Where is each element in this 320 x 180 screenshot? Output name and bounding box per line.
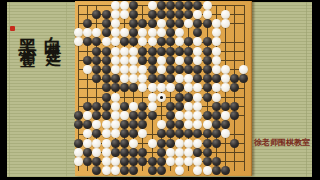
intersection-8-12 [147, 111, 156, 120]
intersection-13-4 [193, 37, 202, 46]
intersection-15-10 [212, 92, 221, 101]
black-stone [175, 19, 184, 28]
intersection-5-6 [120, 56, 129, 65]
intersection-3-12 [101, 111, 110, 120]
black-stone [221, 102, 230, 111]
black-stone [120, 157, 129, 166]
black-stone [92, 129, 101, 138]
black-stone [138, 102, 147, 111]
intersection-4-5 [111, 47, 120, 56]
white-stone [102, 129, 111, 138]
intersection-11-18 [175, 166, 184, 175]
black-stone [184, 37, 193, 46]
white-stone [148, 93, 157, 102]
intersection-10-16 [166, 148, 175, 157]
black-stone [129, 166, 138, 175]
black-stone [129, 83, 138, 92]
intersection-17-9 [230, 83, 239, 92]
intersection-13-18 [193, 166, 202, 175]
intersection-12-14 [184, 129, 193, 138]
red-accent-mark [10, 26, 15, 31]
black-stone [203, 65, 212, 74]
black-stone [111, 148, 120, 157]
black-stone [92, 56, 101, 65]
white-stone [74, 28, 83, 37]
black-stone [92, 157, 101, 166]
intersection-13-13 [193, 120, 202, 129]
intersection-3-11 [101, 102, 110, 111]
white-stone [102, 166, 111, 175]
intersection-8-2 [147, 19, 156, 28]
white-stone [221, 19, 230, 28]
intersection-6-11 [129, 102, 138, 111]
black-stone [221, 120, 230, 129]
white-stone [193, 120, 202, 129]
intersection-9-10 [157, 92, 166, 101]
intersection-8-5 [147, 47, 156, 56]
intersection-13-16 [193, 148, 202, 157]
intersection-11-3 [175, 28, 184, 37]
white-player-name: 芈昱廷 [46, 31, 61, 43]
white-stone [111, 56, 120, 65]
intersection-4-3 [111, 28, 120, 37]
black-stone [193, 28, 202, 37]
black-stone [138, 56, 147, 65]
white-stone [138, 28, 147, 37]
white-stone [111, 1, 120, 10]
intersection-10-2 [166, 19, 175, 28]
black-stone [157, 148, 166, 157]
black-stone [175, 120, 184, 129]
intersection-1-16 [83, 148, 92, 157]
intersection-16-5 [221, 47, 230, 56]
intersection-7-3 [138, 28, 147, 37]
intersection-13-5 [193, 47, 202, 56]
black-stone [148, 19, 157, 28]
black-stone [102, 28, 111, 37]
black-stone [120, 120, 129, 129]
white-stone [184, 139, 193, 148]
intersection-5-12 [120, 111, 129, 120]
white-stone [74, 157, 83, 166]
intersection-17-13 [230, 120, 239, 129]
intersection-13-0 [193, 1, 202, 10]
intersection-15-14 [212, 129, 221, 138]
black-stone [203, 47, 212, 56]
black-stone [166, 111, 175, 120]
black-stone [184, 1, 193, 10]
white-stone [221, 83, 230, 92]
intersection-2-17 [92, 157, 101, 166]
intersection-16-3 [221, 28, 230, 37]
black-stone [120, 83, 129, 92]
intersection-18-13 [239, 120, 248, 129]
intersection-3-14 [101, 129, 110, 138]
black-stone [184, 93, 193, 102]
intersection-5-9 [120, 83, 129, 92]
intersection-1-0 [83, 1, 92, 10]
intersection-3-3 [101, 28, 110, 37]
intersection-17-15 [230, 138, 239, 147]
intersection-1-3 [83, 28, 92, 37]
white-stone [203, 1, 212, 10]
black-stone [203, 148, 212, 157]
black-stone [148, 157, 157, 166]
intersection-11-8 [175, 74, 184, 83]
intersection-14-0 [203, 1, 212, 10]
black-stone [157, 1, 166, 10]
intersection-0-13 [74, 120, 83, 129]
intersection-3-7 [101, 65, 110, 74]
intersection-11-12 [175, 111, 184, 120]
intersection-12-16 [184, 148, 193, 157]
intersection-7-8 [138, 74, 147, 83]
intersection-6-10 [129, 92, 138, 101]
intersection-0-0 [74, 1, 83, 10]
intersection-0-3 [74, 28, 83, 37]
intersection-15-0 [212, 1, 221, 10]
intersection-4-17 [111, 157, 120, 166]
black-stone [212, 74, 221, 83]
black-stone [166, 139, 175, 148]
black-stone [83, 157, 92, 166]
intersection-18-2 [239, 19, 248, 28]
intersection-13-7 [193, 65, 202, 74]
intersection-15-18 [212, 166, 221, 175]
white-stone [212, 47, 221, 56]
intersection-5-18 [120, 166, 129, 175]
white-stone [111, 166, 120, 175]
black-stone [212, 166, 221, 175]
white-stone [175, 157, 184, 166]
white-stone [148, 102, 157, 111]
intersection-13-12 [193, 111, 202, 120]
intersection-16-8 [221, 74, 230, 83]
black-stone [230, 83, 239, 92]
intersection-2-12 [92, 111, 101, 120]
black-stone [120, 148, 129, 157]
black-stone [148, 65, 157, 74]
board-intersections [74, 1, 249, 176]
intersection-10-13 [166, 120, 175, 129]
intersection-18-9 [239, 83, 248, 92]
black-stone [129, 37, 138, 46]
white-stone [129, 47, 138, 56]
intersection-13-3 [193, 28, 202, 37]
player-black-column: 黑 卞相壹 [18, 24, 36, 45]
intersection-9-9 [157, 83, 166, 92]
black-stone [212, 120, 221, 129]
intersection-1-9 [83, 83, 92, 92]
white-stone [193, 56, 202, 65]
white-stone [184, 83, 193, 92]
intersection-18-16 [239, 148, 248, 157]
intersection-1-7 [83, 65, 92, 74]
intersection-8-1 [147, 10, 156, 19]
black-stone [203, 74, 212, 83]
intersection-12-1 [184, 10, 193, 19]
intersection-9-11 [157, 102, 166, 111]
intersection-7-4 [138, 37, 147, 46]
intersection-7-9 [138, 83, 147, 92]
white-stone [102, 157, 111, 166]
intersection-14-3 [203, 28, 212, 37]
intersection-18-8 [239, 74, 248, 83]
white-stone [221, 111, 230, 120]
intersection-16-6 [221, 56, 230, 65]
black-stone [102, 74, 111, 83]
black-stone [166, 74, 175, 83]
white-stone [111, 65, 120, 74]
intersection-14-17 [203, 157, 212, 166]
intersection-6-16 [129, 148, 138, 157]
intersection-17-10 [230, 92, 239, 101]
white-stone [129, 56, 138, 65]
intersection-4-14 [111, 129, 120, 138]
black-stone [157, 74, 166, 83]
intersection-13-11 [193, 102, 202, 111]
intersection-15-9 [212, 83, 221, 92]
white-stone [166, 148, 175, 157]
white-stone [148, 37, 157, 46]
intersection-9-1 [157, 10, 166, 19]
intersection-14-1 [203, 10, 212, 19]
intersection-17-2 [230, 19, 239, 28]
white-stone [212, 56, 221, 65]
white-stone [138, 129, 147, 138]
white-stone [175, 56, 184, 65]
intersection-10-12 [166, 111, 175, 120]
intersection-12-7 [184, 65, 193, 74]
white-stone [203, 120, 212, 129]
black-stone [92, 166, 101, 175]
intersection-15-5 [212, 47, 221, 56]
black-stone [203, 111, 212, 120]
intersection-2-16 [92, 148, 101, 157]
intersection-7-17 [138, 157, 147, 166]
intersection-4-18 [111, 166, 120, 175]
intersection-7-6 [138, 56, 147, 65]
intersection-11-15 [175, 138, 184, 147]
black-stone [157, 129, 166, 138]
black-stone [175, 1, 184, 10]
black-stone [102, 111, 111, 120]
black-stone [83, 56, 92, 65]
white-stone [111, 120, 120, 129]
intersection-18-6 [239, 56, 248, 65]
black-stone [102, 102, 111, 111]
intersection-2-10 [92, 92, 101, 101]
intersection-15-13 [212, 120, 221, 129]
intersection-4-7 [111, 65, 120, 74]
intersection-0-12 [74, 111, 83, 120]
intersection-13-14 [193, 129, 202, 138]
black-stone [102, 19, 111, 28]
intersection-11-16 [175, 148, 184, 157]
intersection-12-12 [184, 111, 193, 120]
black-stone [83, 102, 92, 111]
intersection-17-4 [230, 37, 239, 46]
intersection-5-14 [120, 129, 129, 138]
black-stone [83, 37, 92, 46]
white-stone [92, 28, 101, 37]
intersection-5-11 [120, 102, 129, 111]
intersection-1-17 [83, 157, 92, 166]
black-stone [184, 10, 193, 19]
intersection-3-6 [101, 56, 110, 65]
intersection-4-2 [111, 19, 120, 28]
white-stone [148, 83, 157, 92]
intersection-6-9 [129, 83, 138, 92]
white-stone [203, 10, 212, 19]
intersection-14-14 [203, 129, 212, 138]
intersection-1-6 [83, 56, 92, 65]
intersection-10-9 [166, 83, 175, 92]
intersection-0-7 [74, 65, 83, 74]
white-stone [157, 120, 166, 129]
intersection-17-3 [230, 28, 239, 37]
intersection-16-9 [221, 83, 230, 92]
intersection-3-18 [101, 166, 110, 175]
black-stone [138, 47, 147, 56]
black-stone [212, 129, 221, 138]
intersection-16-2 [221, 19, 230, 28]
black-stone [184, 56, 193, 65]
intersection-12-6 [184, 56, 193, 65]
intersection-6-4 [129, 37, 138, 46]
black-stone [175, 65, 184, 74]
intersection-5-4 [120, 37, 129, 46]
black-stone [138, 148, 147, 157]
intersection-5-15 [120, 138, 129, 147]
intersection-11-13 [175, 120, 184, 129]
black-stone [193, 1, 202, 10]
intersection-4-9 [111, 83, 120, 92]
black-stone [175, 83, 184, 92]
white-stone [129, 74, 138, 83]
intersection-2-5 [92, 47, 101, 56]
intersection-6-8 [129, 74, 138, 83]
black-stone [138, 120, 147, 129]
intersection-10-15 [166, 138, 175, 147]
white-stone [193, 102, 202, 111]
intersection-17-12 [230, 111, 239, 120]
intersection-15-3 [212, 28, 221, 37]
black-stone [138, 111, 147, 120]
white-stone [175, 28, 184, 37]
black-stone [184, 65, 193, 74]
black-stone [92, 102, 101, 111]
intersection-8-17 [147, 157, 156, 166]
white-stone [120, 1, 129, 10]
black-stone [203, 93, 212, 102]
intersection-14-9 [203, 83, 212, 92]
intersection-15-4 [212, 37, 221, 46]
black-stone [92, 74, 101, 83]
black-stone [157, 47, 166, 56]
white-stone [138, 65, 147, 74]
intersection-14-2 [203, 19, 212, 28]
intersection-11-1 [175, 10, 184, 19]
white-stone [111, 111, 120, 120]
intersection-5-8 [120, 74, 129, 83]
intersection-11-14 [175, 129, 184, 138]
intersection-15-12 [212, 111, 221, 120]
intersection-14-4 [203, 37, 212, 46]
white-stone [184, 102, 193, 111]
intersection-8-11 [147, 102, 156, 111]
black-stone [203, 129, 212, 138]
white-stone [83, 111, 92, 120]
black-stone [239, 74, 248, 83]
black-stone [203, 139, 212, 148]
intersection-8-16 [147, 148, 156, 157]
white-stone [193, 111, 202, 120]
black-stone [138, 157, 147, 166]
black-stone [83, 120, 92, 129]
intersection-13-17 [193, 157, 202, 166]
black-stone [175, 47, 184, 56]
intersection-3-13 [101, 120, 110, 129]
white-stone [148, 28, 157, 37]
black-stone [193, 65, 202, 74]
intersection-18-3 [239, 28, 248, 37]
intersection-14-15 [203, 138, 212, 147]
intersection-6-2 [129, 19, 138, 28]
intersection-11-4 [175, 37, 184, 46]
white-stone [166, 157, 175, 166]
white-stone [184, 120, 193, 129]
intersection-5-1 [120, 10, 129, 19]
intersection-16-7 [221, 65, 230, 74]
intersection-15-17 [212, 157, 221, 166]
black-stone [166, 129, 175, 138]
intersection-2-7 [92, 65, 101, 74]
white-stone [120, 65, 129, 74]
intersection-10-14 [166, 129, 175, 138]
black-stone [129, 157, 138, 166]
intersection-14-16 [203, 148, 212, 157]
intersection-11-6 [175, 56, 184, 65]
intersection-6-0 [129, 1, 138, 10]
intersection-14-18 [203, 166, 212, 175]
intersection-6-13 [129, 120, 138, 129]
black-stone [129, 111, 138, 120]
black-stone [120, 129, 129, 138]
black-stone [102, 47, 111, 56]
intersection-9-18 [157, 166, 166, 175]
intersection-17-8 [230, 74, 239, 83]
intersection-3-15 [101, 138, 110, 147]
intersection-7-5 [138, 47, 147, 56]
intersection-10-1 [166, 10, 175, 19]
white-stone [83, 129, 92, 138]
black-stone [175, 129, 184, 138]
black-stone [166, 1, 175, 10]
intersection-18-18 [239, 166, 248, 175]
go-board [75, 1, 252, 176]
intersection-14-13 [203, 120, 212, 129]
black-stone [184, 129, 193, 138]
black-stone [129, 1, 138, 10]
intersection-12-10 [184, 92, 193, 101]
intersection-13-8 [193, 74, 202, 83]
intersection-16-16 [221, 148, 230, 157]
intersection-7-16 [138, 148, 147, 157]
intersection-1-11 [83, 102, 92, 111]
intersection-16-17 [221, 157, 230, 166]
white-stone [212, 28, 221, 37]
